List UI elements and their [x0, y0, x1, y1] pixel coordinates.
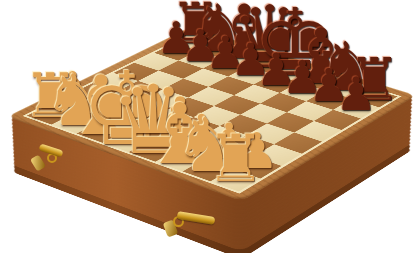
brass-clasp-left: [29, 141, 65, 179]
black-pawn[interactable]: ♟: [336, 71, 377, 117]
brass-pendant-icon: [30, 154, 46, 171]
white-rook[interactable]: ♜: [206, 127, 264, 192]
chess-set-photo: ♜♞♝♚♛♝♞♜♟♟♟♟♟♟♟♟♜♞♝♛♚♝♞♜♟♟♟♟♟♟♟♟: [0, 0, 416, 253]
brass-latch-front: [164, 205, 220, 241]
